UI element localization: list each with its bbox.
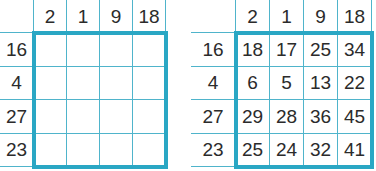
corner-cell	[191, 0, 236, 33]
empty-sum-cell[interactable]	[100, 33, 133, 67]
empty-sum-cell[interactable]	[133, 33, 166, 67]
empty-sum-cell[interactable]	[67, 33, 100, 67]
row-header-cell: 4	[0, 67, 34, 101]
empty-sum-cell[interactable]	[133, 67, 166, 101]
col-header-cell: 2	[34, 0, 67, 33]
sum-cell: 18	[236, 33, 270, 67]
row-header-cell: 16	[0, 33, 34, 67]
sum-cell: 28	[270, 100, 304, 134]
sum-cell: 32	[304, 134, 338, 168]
sum-cell: 34	[338, 33, 372, 67]
col-header-cell: 18	[338, 0, 372, 33]
empty-sum-cell[interactable]	[100, 134, 133, 168]
empty-sum-cell[interactable]	[34, 33, 67, 67]
addition-table-solved: 2191816181725344651322272928364523252432…	[191, 0, 372, 167]
empty-sum-cell[interactable]	[100, 67, 133, 101]
corner-cell	[0, 0, 34, 33]
sum-cell: 17	[270, 33, 304, 67]
col-header-cell: 2	[236, 0, 270, 33]
row-header-cell: 23	[0, 134, 34, 168]
empty-sum-cell[interactable]	[34, 134, 67, 168]
empty-sum-cell[interactable]	[34, 67, 67, 101]
col-header-cell: 18	[133, 0, 166, 33]
empty-sum-cell[interactable]	[133, 100, 166, 134]
empty-sum-cell[interactable]	[67, 134, 100, 168]
empty-sum-cell[interactable]	[133, 134, 166, 168]
sum-cell: 6	[236, 67, 270, 101]
empty-sum-cell[interactable]	[67, 100, 100, 134]
sum-cell: 41	[338, 134, 372, 168]
row-header-cell: 27	[0, 100, 34, 134]
addition-tables-diagram: 219181642723 219181618172534465132227292…	[0, 0, 376, 171]
sum-cell: 36	[304, 100, 338, 134]
sum-cell: 25	[236, 134, 270, 168]
sum-cell: 29	[236, 100, 270, 134]
solved-table-grid: 2191816181725344651322272928364523252432…	[191, 0, 372, 167]
empty-sum-cell[interactable]	[100, 100, 133, 134]
row-header-cell: 23	[191, 134, 236, 168]
row-header-cell: 16	[191, 33, 236, 67]
sum-cell: 13	[304, 67, 338, 101]
col-header-cell: 9	[100, 0, 133, 33]
row-header-cell: 4	[191, 67, 236, 101]
empty-sum-cell[interactable]	[67, 67, 100, 101]
sum-cell: 22	[338, 67, 372, 101]
col-header-cell: 1	[67, 0, 100, 33]
col-header-cell: 9	[304, 0, 338, 33]
empty-sum-cell[interactable]	[34, 100, 67, 134]
row-header-cell: 27	[191, 100, 236, 134]
sum-cell: 5	[270, 67, 304, 101]
empty-table-grid: 219181642723	[0, 0, 166, 167]
addition-table-empty: 219181642723	[0, 0, 166, 167]
col-header-cell: 1	[270, 0, 304, 33]
sum-cell: 45	[338, 100, 372, 134]
sum-cell: 25	[304, 33, 338, 67]
sum-cell: 24	[270, 134, 304, 168]
